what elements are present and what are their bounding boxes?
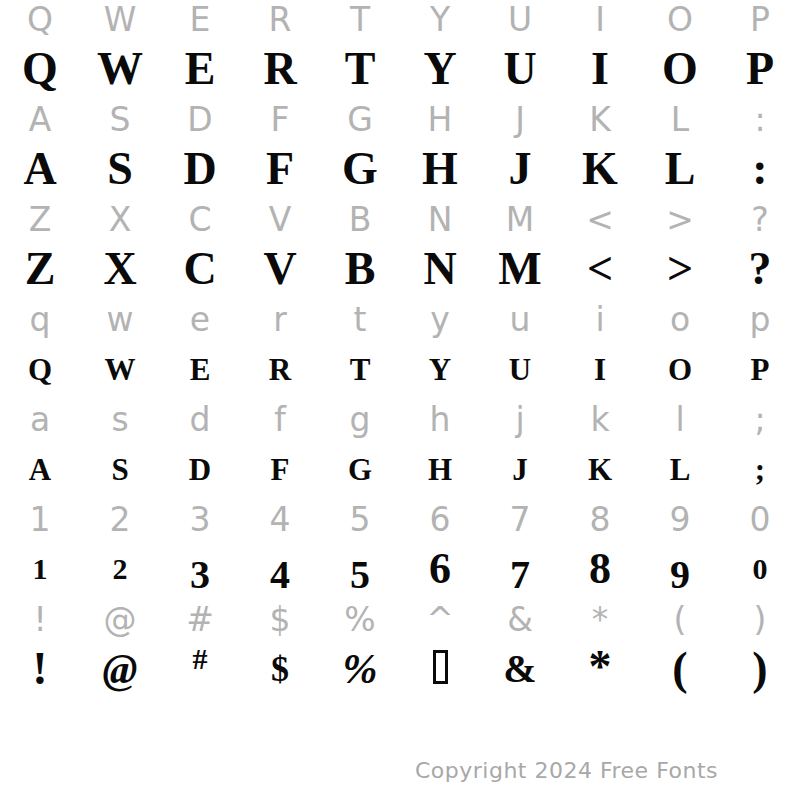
glyph: & xyxy=(507,603,533,636)
glyph: @ xyxy=(103,648,138,690)
glyph-cell-r14c10: ) xyxy=(720,644,800,694)
glyph-cell-r2c10: P xyxy=(720,44,800,94)
glyph: L xyxy=(670,454,691,485)
glyph: P xyxy=(751,354,770,385)
glyph: B xyxy=(349,203,372,236)
glyph: ) xyxy=(754,603,767,636)
glyph-cell-r7c1: q xyxy=(0,294,80,344)
glyph: f xyxy=(274,403,286,436)
glyph: A xyxy=(29,103,52,136)
glyph: u xyxy=(510,303,531,336)
glyph-cell-r14c1: ! xyxy=(0,644,80,694)
glyph-cell-r8c3: E xyxy=(160,344,240,394)
glyph-cell-r7c4: r xyxy=(240,294,320,344)
glyph-cell-r2c8: I xyxy=(560,44,640,94)
glyph-row-4: ASDFGHJKL: xyxy=(0,144,800,194)
glyph-cell-r10c10: ; xyxy=(720,444,800,494)
glyph: 5 xyxy=(350,503,371,536)
glyph-cell-r5c1: Z xyxy=(0,194,80,244)
glyph-cell-r10c3: D xyxy=(160,444,240,494)
glyph-cell-r4c5: G xyxy=(320,144,400,194)
glyph: H xyxy=(428,103,453,136)
glyph-cell-r7c8: i xyxy=(560,294,640,344)
glyph: Q xyxy=(28,354,52,385)
glyph-cell-r2c6: Y xyxy=(400,44,480,94)
glyph: ; xyxy=(754,403,765,436)
glyph: K xyxy=(589,103,611,136)
glyph: G xyxy=(347,103,373,136)
glyph-cell-r9c4: f xyxy=(240,394,320,444)
glyph-row-12: 1234567890 xyxy=(0,544,800,594)
glyph-cell-r12c9: 9 xyxy=(640,544,720,594)
glyph-cell-r12c2: 2 xyxy=(80,544,160,594)
glyph-cell-r13c3: # xyxy=(160,594,240,644)
glyph-cell-r6c3: C xyxy=(160,244,240,294)
glyph-row-13: !@#$%^&*() xyxy=(0,594,800,644)
glyph-cell-r11c9: 9 xyxy=(640,494,720,544)
glyph-cell-r9c7: j xyxy=(480,394,560,444)
glyph: < xyxy=(587,246,613,292)
glyph-cell-r3c7: J xyxy=(480,94,560,144)
glyph-cell-r5c7: M xyxy=(480,194,560,244)
glyph: 0 xyxy=(753,554,768,584)
glyph: W xyxy=(104,3,137,36)
glyph: 6 xyxy=(429,547,451,591)
glyph: I xyxy=(595,3,605,36)
glyph-cell-r12c3: 3 xyxy=(160,544,240,594)
glyph-cell-r11c3: 3 xyxy=(160,494,240,544)
glyph-cell-r3c3: D xyxy=(160,94,240,144)
glyph-row-5: ZXCVBNM<>? xyxy=(0,194,800,244)
glyph: C xyxy=(183,246,216,292)
glyph-cell-r6c4: V xyxy=(240,244,320,294)
glyph-cell-r5c3: C xyxy=(160,194,240,244)
glyph-cell-r1c10: P xyxy=(720,0,800,44)
glyph-cell-r6c5: B xyxy=(320,244,400,294)
glyph-cell-r2c7: U xyxy=(480,44,560,94)
glyph: e xyxy=(190,303,210,336)
glyph-cell-r2c9: O xyxy=(640,44,720,94)
glyph-cell-r14c8: * xyxy=(560,644,640,694)
glyph-cell-r7c2: w xyxy=(80,294,160,344)
glyph: R xyxy=(263,46,296,92)
glyph: s xyxy=(111,403,128,436)
glyph-cell-r11c6: 6 xyxy=(400,494,480,544)
glyph-cell-r12c1: 1 xyxy=(0,544,80,594)
glyph: U xyxy=(503,46,536,92)
glyph-cell-r6c7: M xyxy=(480,244,560,294)
glyph: h xyxy=(430,403,451,436)
glyph-cell-r11c8: 8 xyxy=(560,494,640,544)
glyph: E xyxy=(190,3,211,36)
glyph: T xyxy=(350,354,371,385)
glyph-cell-r10c4: F xyxy=(240,444,320,494)
glyph: 3 xyxy=(190,503,211,536)
glyph-cell-r10c7: J xyxy=(480,444,560,494)
glyph-cell-r13c4: $ xyxy=(240,594,320,644)
glyph-cell-r6c1: Z xyxy=(0,244,80,294)
glyph: X xyxy=(109,203,132,236)
glyph: ) xyxy=(752,646,767,692)
glyph: D xyxy=(187,103,212,136)
glyph: Y xyxy=(429,354,451,385)
glyph: H xyxy=(428,454,452,485)
glyph-cell-r1c4: R xyxy=(240,0,320,44)
glyph-cell-r6c9: > xyxy=(640,244,720,294)
glyph: @ xyxy=(104,603,137,636)
glyph: G xyxy=(342,146,378,192)
glyph-cell-r11c2: 2 xyxy=(80,494,160,544)
glyph: p xyxy=(750,303,771,336)
glyph-cell-r1c8: I xyxy=(560,0,640,44)
glyph: # xyxy=(186,603,214,636)
glyph: J xyxy=(512,454,528,485)
glyph-cell-r4c4: F xyxy=(240,144,320,194)
glyph: * xyxy=(589,644,612,690)
glyph-cell-r3c6: H xyxy=(400,94,480,144)
glyph: L xyxy=(671,103,689,136)
glyph-cell-r8c4: R xyxy=(240,344,320,394)
glyph-cell-r4c2: S xyxy=(80,144,160,194)
glyph-cell-r5c9: > xyxy=(640,194,720,244)
glyph-cell-r10c2: S xyxy=(80,444,160,494)
glyph-cell-r13c7: & xyxy=(480,594,560,644)
glyph: D xyxy=(189,454,211,485)
glyph: 1 xyxy=(33,554,48,584)
glyph: M xyxy=(498,246,541,292)
glyph-cell-r4c3: D xyxy=(160,144,240,194)
glyph: Z xyxy=(25,246,56,292)
glyph-cell-r9c9: l xyxy=(640,394,720,444)
glyph: W xyxy=(97,46,143,92)
glyph: T xyxy=(345,46,376,92)
font-specimen-sheet: QWERTYUIOPQWERTYUIOPASDFGHJKL:ASDFGHJKL:… xyxy=(0,0,800,800)
glyph: V xyxy=(269,203,292,236)
glyph-cell-r6c8: < xyxy=(560,244,640,294)
glyph: 9 xyxy=(670,503,691,536)
glyph: 7 xyxy=(510,555,530,595)
glyph-cell-r3c2: S xyxy=(80,94,160,144)
glyph-cell-r13c10: ) xyxy=(720,594,800,644)
glyph: q xyxy=(30,303,51,336)
glyph: O xyxy=(662,46,698,92)
glyph: : xyxy=(754,103,765,136)
glyph-cell-r1c6: Y xyxy=(400,0,480,44)
glyph-cell-r1c5: T xyxy=(320,0,400,44)
glyph: g xyxy=(350,403,371,436)
missing-glyph-box xyxy=(433,650,448,684)
glyph-cell-r7c10: p xyxy=(720,294,800,344)
glyph: o xyxy=(670,303,690,336)
glyph: F xyxy=(271,103,290,136)
glyph-cell-r7c7: u xyxy=(480,294,560,344)
glyph-cell-r6c2: X xyxy=(80,244,160,294)
glyph: 8 xyxy=(590,503,611,536)
glyph: > xyxy=(666,203,694,236)
glyph-cell-r2c4: R xyxy=(240,44,320,94)
glyph: 5 xyxy=(350,555,370,595)
glyph: $ xyxy=(270,603,291,636)
glyph-cell-r12c5: 5 xyxy=(320,544,400,594)
glyph: W xyxy=(105,354,136,385)
glyph-cell-r14c7: & xyxy=(480,644,560,694)
glyph: : xyxy=(752,146,767,192)
glyph-cell-r14c5: % xyxy=(320,644,400,694)
glyph: ? xyxy=(749,246,772,292)
glyph-cell-r1c9: O xyxy=(640,0,720,44)
glyph-cell-r14c4: $ xyxy=(240,644,320,694)
glyph-cell-r12c8: 8 xyxy=(560,544,640,594)
glyph: 2 xyxy=(110,503,131,536)
glyph: 7 xyxy=(510,503,531,536)
glyph-cell-r1c3: E xyxy=(160,0,240,44)
glyph-cell-r5c10: ? xyxy=(720,194,800,244)
glyph: w xyxy=(107,303,134,336)
glyph-cell-r10c1: A xyxy=(0,444,80,494)
glyph-cell-r9c2: s xyxy=(80,394,160,444)
glyph-row-11: 1234567890 xyxy=(0,494,800,544)
glyph-cell-r4c9: L xyxy=(640,144,720,194)
glyph: & xyxy=(503,649,536,689)
glyph-cell-r1c2: W xyxy=(80,0,160,44)
glyph: a xyxy=(30,403,50,436)
glyph: F xyxy=(271,454,290,485)
glyph-row-9: asdfghjkl; xyxy=(0,394,800,444)
glyph: d xyxy=(190,403,211,436)
glyph: S xyxy=(107,146,133,192)
glyph-cell-r6c6: N xyxy=(400,244,480,294)
glyph-cell-r8c1: Q xyxy=(0,344,80,394)
glyph: O xyxy=(667,3,693,36)
glyph-cell-r14c2: @ xyxy=(80,644,160,694)
glyph-cell-r3c4: F xyxy=(240,94,320,144)
copyright-text: Copyright 2024 Free Fonts xyxy=(415,758,718,783)
glyph-cell-r3c1: A xyxy=(0,94,80,144)
glyph-row-14: !@#$%&*() xyxy=(0,644,800,694)
glyph: 3 xyxy=(190,555,210,595)
glyph-cell-r3c10: : xyxy=(720,94,800,144)
glyph: H xyxy=(422,146,458,192)
glyph: 9 xyxy=(670,555,690,595)
glyph: A xyxy=(29,454,51,485)
glyph-row-2: QWERTYUIOP xyxy=(0,44,800,94)
glyph: t xyxy=(354,303,367,336)
glyph-row-1: QWERTYUIOP xyxy=(0,0,800,44)
glyph: r xyxy=(273,303,287,336)
glyph: ( xyxy=(672,646,687,692)
glyph-cell-r4c10: : xyxy=(720,144,800,194)
glyph: S xyxy=(110,103,131,136)
glyph-cell-r4c7: J xyxy=(480,144,560,194)
glyph-row-10: ASDFGHJKL; xyxy=(0,444,800,494)
glyph-cell-r12c4: 4 xyxy=(240,544,320,594)
glyph-cell-r12c10: 0 xyxy=(720,544,800,594)
glyph-cell-r14c6 xyxy=(400,644,480,694)
glyph: J xyxy=(515,103,525,136)
glyph: G xyxy=(348,454,372,485)
glyph-cell-r10c9: L xyxy=(640,444,720,494)
glyph-row-7: qwertyuiop xyxy=(0,294,800,344)
glyph: U xyxy=(508,3,532,36)
glyph: i xyxy=(595,303,604,336)
glyph: # xyxy=(193,644,208,674)
glyph: 8 xyxy=(589,547,611,591)
glyph-cell-r14c3: # xyxy=(160,644,240,694)
glyph-cell-r10c5: G xyxy=(320,444,400,494)
character-grid: QWERTYUIOPQWERTYUIOPASDFGHJKL:ASDFGHJKL:… xyxy=(0,0,800,694)
glyph: k xyxy=(590,403,609,436)
glyph: F xyxy=(266,146,294,192)
glyph-cell-r8c8: I xyxy=(560,344,640,394)
glyph-cell-r8c5: T xyxy=(320,344,400,394)
glyph: ! xyxy=(32,646,47,692)
glyph-cell-r10c8: K xyxy=(560,444,640,494)
glyph-cell-r13c6: ^ xyxy=(400,594,480,644)
glyph-cell-r9c6: h xyxy=(400,394,480,444)
glyph: 1 xyxy=(30,503,51,536)
glyph-cell-r9c3: d xyxy=(160,394,240,444)
glyph: M xyxy=(506,203,534,236)
glyph: E xyxy=(185,46,216,92)
glyph: Y xyxy=(423,46,456,92)
glyph: I xyxy=(594,354,606,385)
glyph-cell-r4c6: H xyxy=(400,144,480,194)
glyph: C xyxy=(188,203,211,236)
glyph-row-6: ZXCVBNM<>? xyxy=(0,244,800,294)
glyph: 6 xyxy=(430,503,451,536)
glyph: I xyxy=(591,46,609,92)
glyph: * xyxy=(592,603,609,636)
glyph: $ xyxy=(271,651,289,687)
glyph-cell-r3c9: L xyxy=(640,94,720,144)
glyph: B xyxy=(345,246,376,292)
glyph-cell-r5c8: < xyxy=(560,194,640,244)
glyph-cell-r1c1: Q xyxy=(0,0,80,44)
glyph: ; xyxy=(755,454,765,485)
glyph: V xyxy=(263,246,296,292)
glyph: ^ xyxy=(426,603,454,636)
glyph: X xyxy=(103,246,136,292)
glyph-cell-r2c3: E xyxy=(160,44,240,94)
glyph-cell-r4c8: K xyxy=(560,144,640,194)
glyph: 4 xyxy=(270,503,291,536)
glyph: A xyxy=(23,146,56,192)
glyph: J xyxy=(509,146,532,192)
glyph-cell-r2c1: Q xyxy=(0,44,80,94)
glyph-cell-r5c6: N xyxy=(400,194,480,244)
glyph-cell-r3c5: G xyxy=(320,94,400,144)
glyph-cell-r9c8: k xyxy=(560,394,640,444)
glyph: Y xyxy=(430,3,450,36)
glyph-cell-r8c7: U xyxy=(480,344,560,394)
glyph-cell-r9c10: ; xyxy=(720,394,800,444)
glyph-cell-r11c10: 0 xyxy=(720,494,800,544)
glyph: 2 xyxy=(113,554,128,584)
glyph-cell-r14c9: ( xyxy=(640,644,720,694)
glyph-cell-r2c5: T xyxy=(320,44,400,94)
glyph: 0 xyxy=(750,503,771,536)
glyph-cell-r7c3: e xyxy=(160,294,240,344)
glyph-cell-r13c9: ( xyxy=(640,594,720,644)
glyph-cell-r11c4: 4 xyxy=(240,494,320,544)
glyph: l xyxy=(675,403,684,436)
glyph: P xyxy=(746,46,774,92)
glyph-cell-r7c5: t xyxy=(320,294,400,344)
glyph-cell-r2c2: W xyxy=(80,44,160,94)
glyph: % xyxy=(343,648,378,690)
glyph-cell-r9c5: g xyxy=(320,394,400,444)
glyph-cell-r8c6: Y xyxy=(400,344,480,394)
glyph: T xyxy=(350,3,370,36)
glyph-cell-r8c2: W xyxy=(80,344,160,394)
glyph-cell-r11c5: 5 xyxy=(320,494,400,544)
glyph-row-8: QWERTYUIOP xyxy=(0,344,800,394)
glyph-cell-r10c6: H xyxy=(400,444,480,494)
glyph: P xyxy=(750,3,770,36)
glyph-cell-r11c1: 1 xyxy=(0,494,80,544)
glyph-cell-r4c1: A xyxy=(0,144,80,194)
glyph: ( xyxy=(674,603,687,636)
glyph-cell-r12c7: 7 xyxy=(480,544,560,594)
glyph: O xyxy=(668,354,692,385)
glyph-cell-r8c10: P xyxy=(720,344,800,394)
glyph-cell-r7c9: o xyxy=(640,294,720,344)
glyph: R xyxy=(269,354,291,385)
glyph: E xyxy=(190,354,211,385)
glyph: j xyxy=(515,403,524,436)
glyph: ? xyxy=(751,203,769,236)
glyph-cell-r7c6: y xyxy=(400,294,480,344)
glyph: R xyxy=(269,3,292,36)
glyph-cell-r9c1: a xyxy=(0,394,80,444)
glyph: > xyxy=(667,246,693,292)
glyph: ! xyxy=(33,603,46,636)
glyph-cell-r5c2: X xyxy=(80,194,160,244)
glyph: N xyxy=(423,246,456,292)
glyph: 4 xyxy=(270,555,290,595)
glyph: N xyxy=(428,203,453,236)
glyph-cell-r8c9: O xyxy=(640,344,720,394)
glyph-cell-r5c4: V xyxy=(240,194,320,244)
glyph: D xyxy=(183,146,216,192)
glyph: y xyxy=(430,303,450,336)
glyph-cell-r1c7: U xyxy=(480,0,560,44)
glyph-cell-r13c1: ! xyxy=(0,594,80,644)
glyph: K xyxy=(582,146,618,192)
glyph-cell-r13c5: % xyxy=(320,594,400,644)
glyph-cell-r12c6: 6 xyxy=(400,544,480,594)
glyph: U xyxy=(509,354,531,385)
glyph-cell-r5c5: B xyxy=(320,194,400,244)
glyph-cell-r3c8: K xyxy=(560,94,640,144)
glyph: L xyxy=(665,146,696,192)
glyph-cell-r11c7: 7 xyxy=(480,494,560,544)
glyph: < xyxy=(586,203,614,236)
glyph: Z xyxy=(29,203,52,236)
glyph-row-3: ASDFGHJKL: xyxy=(0,94,800,144)
glyph: % xyxy=(344,603,375,636)
glyph-cell-r6c10: ? xyxy=(720,244,800,294)
glyph: S xyxy=(111,454,128,485)
glyph: Q xyxy=(22,46,58,92)
glyph-cell-r13c8: * xyxy=(560,594,640,644)
glyph: Q xyxy=(27,3,53,36)
glyph-cell-r13c2: @ xyxy=(80,594,160,644)
glyph: K xyxy=(588,454,612,485)
